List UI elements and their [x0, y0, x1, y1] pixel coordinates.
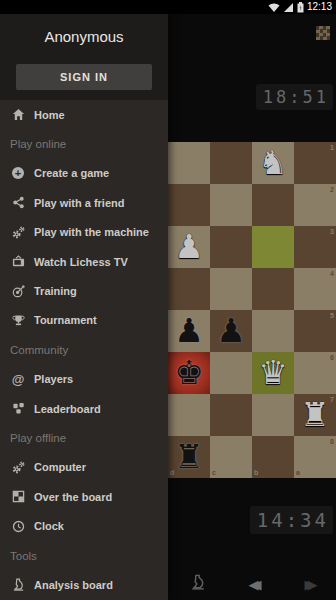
microscope-icon: [10, 577, 26, 593]
square-b4[interactable]: [252, 268, 294, 310]
plus-circle-icon: +: [10, 165, 26, 181]
square-b6[interactable]: ♛: [252, 352, 294, 394]
square-d4[interactable]: [168, 268, 210, 310]
drawer-section-tools: Tools: [0, 541, 168, 570]
forward-icon: ▶▶: [305, 577, 318, 592]
forward-button[interactable]: ▶▶: [299, 572, 323, 596]
player-clock: 14:34: [250, 506, 333, 534]
square-a7[interactable]: ♜7: [294, 394, 336, 436]
file-label-c: c: [212, 469, 216, 476]
drawer-item-label: Players: [34, 373, 73, 385]
username: Anonymous: [0, 28, 168, 45]
gears-icon: [10, 459, 26, 475]
drawer-section-label: Play offline: [10, 432, 66, 444]
square-a3[interactable]: 3: [294, 226, 336, 268]
square-c8[interactable]: c: [210, 436, 252, 478]
drawer-section-community: Community: [0, 335, 168, 364]
at-icon: @: [10, 371, 26, 387]
square-d5[interactable]: ♟: [168, 310, 210, 352]
square-d1[interactable]: [168, 142, 210, 184]
square-a4[interactable]: 4: [294, 268, 336, 310]
board-icon: [10, 489, 26, 505]
drawer-item-label: Home: [34, 109, 65, 121]
drawer-item-tournament[interactable]: Tournament: [0, 306, 168, 335]
drawer-section-label: Tools: [10, 550, 37, 562]
gears-icon: [10, 224, 26, 240]
drawer-section-play-online: Play online: [0, 129, 168, 158]
black-king-d6: ♚: [168, 352, 210, 394]
rank-label-2: 2: [330, 186, 334, 193]
clock-icon: [10, 518, 26, 534]
board-menu-icon[interactable]: [316, 26, 330, 40]
drawer-menu: HomePlay online+Create a gamePlay with a…: [0, 100, 168, 600]
cluster-icon: [10, 401, 26, 417]
rank-label-8: 8: [330, 438, 334, 445]
black-pawn-c5: ♟: [210, 310, 252, 352]
drawer-item-label: Create a game: [34, 167, 109, 179]
square-c4[interactable]: [210, 268, 252, 310]
square-d6[interactable]: ♚: [168, 352, 210, 394]
black-rook-d8: ♜: [168, 436, 210, 478]
square-b3[interactable]: [252, 226, 294, 268]
drawer-item-label: Watch Lichess TV: [34, 256, 128, 268]
white-knight-b1: ♞: [252, 142, 294, 184]
square-c1[interactable]: [210, 142, 252, 184]
target-icon: [10, 283, 26, 299]
square-b5[interactable]: [252, 310, 294, 352]
file-label-a: a: [296, 469, 300, 476]
drawer-item-label: Play with a friend: [34, 197, 124, 209]
drawer-item-label: Computer: [34, 461, 86, 473]
drawer-item-clock[interactable]: Clock: [0, 511, 168, 540]
drawer-item-home[interactable]: Home: [0, 100, 168, 129]
square-a6[interactable]: 6: [294, 352, 336, 394]
drawer-item-create-a-game[interactable]: +Create a game: [0, 159, 168, 188]
square-b8[interactable]: b: [252, 436, 294, 478]
white-pawn-d3: ♟: [168, 226, 210, 268]
square-d2[interactable]: [168, 184, 210, 226]
drawer-item-computer[interactable]: Computer: [0, 453, 168, 482]
drawer-item-watch-lichess-tv[interactable]: Watch Lichess TV: [0, 247, 168, 276]
drawer-item-label: Leaderboard: [34, 403, 101, 415]
drawer-section-label: Play online: [10, 138, 66, 150]
white-queen-b6: ♛: [252, 352, 294, 394]
drawer-item-analysis-board[interactable]: Analysis board: [0, 570, 168, 599]
status-bar: 12:13: [0, 0, 336, 14]
black-pawn-d5: ♟: [168, 310, 210, 352]
drawer-item-training[interactable]: Training: [0, 276, 168, 305]
square-a5[interactable]: 5: [294, 310, 336, 352]
opponent-clock: 18:51: [256, 84, 333, 110]
square-a1[interactable]: 1: [294, 142, 336, 184]
rank-label-5: 5: [330, 312, 334, 319]
square-a2[interactable]: 2: [294, 184, 336, 226]
drawer-section-play-offline: Play offline: [0, 423, 168, 452]
drawer-item-play-with-a-friend[interactable]: Play with a friend: [0, 188, 168, 217]
navigation-drawer: Anonymous SIGN IN HomePlay online+Create…: [0, 14, 168, 600]
wifi-icon: [268, 2, 280, 13]
rank-label-3: 3: [330, 228, 334, 235]
drawer-item-label: Tournament: [34, 314, 97, 326]
drawer-section-label: Community: [10, 344, 68, 356]
rank-label-7: 7: [330, 396, 334, 403]
drawer-item-leaderboard[interactable]: Leaderboard: [0, 394, 168, 423]
microscope-icon: [190, 574, 206, 594]
square-b7[interactable]: [252, 394, 294, 436]
drawer-item-label: Over the board: [34, 491, 112, 503]
share-icon: [10, 195, 26, 211]
square-d8[interactable]: ♜d: [168, 436, 210, 478]
rank-label-1: 1: [330, 144, 334, 151]
square-b1[interactable]: ♞: [252, 142, 294, 184]
drawer-item-label: Play with the machine: [34, 226, 149, 238]
backward-button[interactable]: ◀◀: [243, 572, 267, 596]
drawer-item-over-the-board[interactable]: Over the board: [0, 482, 168, 511]
square-c3[interactable]: [210, 226, 252, 268]
square-d3[interactable]: ♟: [168, 226, 210, 268]
signal-icon: [283, 2, 294, 13]
drawer-item-play-with-the-machine[interactable]: Play with the machine: [0, 218, 168, 247]
sign-in-button[interactable]: SIGN IN: [16, 64, 152, 90]
square-d7[interactable]: [168, 394, 210, 436]
trophy-icon: [10, 312, 26, 328]
rank-label-6: 6: [330, 354, 334, 361]
drawer-item-label: Analysis board: [34, 579, 113, 591]
rank-label-4: 4: [330, 270, 334, 277]
square-c2[interactable]: [210, 184, 252, 226]
drawer-item-players[interactable]: @Players: [0, 365, 168, 394]
square-b2[interactable]: [252, 184, 294, 226]
rewind-icon: ◀◀: [249, 577, 262, 592]
file-label-b: b: [254, 469, 258, 476]
battery-icon: [297, 2, 304, 13]
status-time: 12:13: [307, 0, 332, 14]
square-c7[interactable]: [210, 394, 252, 436]
drawer-item-label: Clock: [34, 520, 64, 532]
analysis-button[interactable]: [186, 572, 210, 596]
square-c6[interactable]: [210, 352, 252, 394]
square-c5[interactable]: ♟: [210, 310, 252, 352]
home-icon: [10, 107, 26, 123]
lichess-app-screen: 12:13 18:51 ♞12♟34♟♟5♚♛6♜7hgfe♜dcb8a 14:…: [0, 0, 336, 600]
square-a8[interactable]: 8a: [294, 436, 336, 478]
tv-icon: [10, 254, 26, 270]
drawer-item-label: Training: [34, 285, 77, 297]
file-label-d: d: [170, 469, 174, 476]
drawer-header: Anonymous SIGN IN: [0, 14, 168, 100]
